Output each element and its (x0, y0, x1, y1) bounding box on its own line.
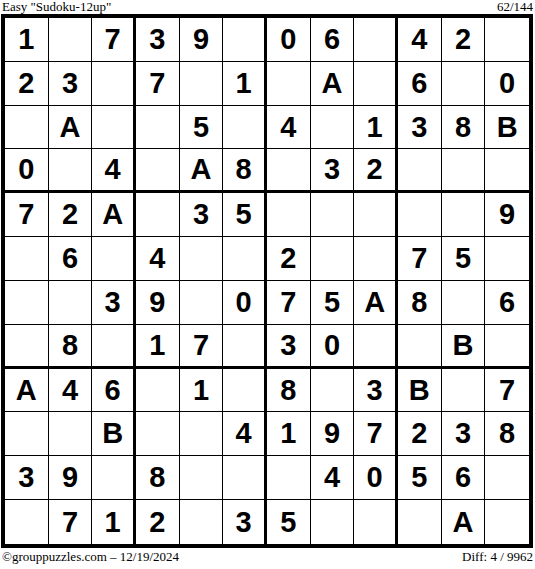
cell-r1c3: 7 (92, 18, 136, 62)
cell-r12c4: 2 (136, 500, 180, 544)
cell-r3c2: A (49, 106, 93, 150)
cell-r4c11[interactable] (442, 149, 486, 193)
cell-r12c10[interactable] (398, 500, 442, 544)
cell-r7c10: 8 (398, 281, 442, 325)
cell-r2c5[interactable] (180, 62, 224, 106)
cell-r11c1: 3 (5, 456, 49, 500)
cell-r3c6[interactable] (223, 106, 267, 150)
cell-r4c4[interactable] (136, 149, 180, 193)
cell-r5c7[interactable] (267, 193, 311, 237)
cell-r10c6: 4 (223, 412, 267, 456)
cell-r8c5: 7 (180, 325, 224, 369)
cell-r9c5: 1 (180, 369, 224, 413)
cell-r7c6: 0 (223, 281, 267, 325)
cell-r3c8[interactable] (311, 106, 355, 150)
puzzle-counter: 62/144 (497, 0, 533, 14)
cell-r9c1: A (5, 369, 49, 413)
cell-r6c12[interactable] (485, 237, 529, 281)
cell-r11c11: 6 (442, 456, 486, 500)
cell-r3c10: 3 (398, 106, 442, 150)
cell-r5c3: A (92, 193, 136, 237)
cell-r3c5: 5 (180, 106, 224, 150)
cell-r7c8: 5 (311, 281, 355, 325)
cell-r9c3: 6 (92, 369, 136, 413)
header: Easy "Sudoku-12up" 62/144 (2, 0, 533, 14)
cell-r5c6: 5 (223, 193, 267, 237)
cell-r11c12[interactable] (485, 456, 529, 500)
cell-r3c12: B (485, 106, 529, 150)
cell-r12c2: 7 (49, 500, 93, 544)
cell-r12c11: A (442, 500, 486, 544)
cell-r9c11[interactable] (442, 369, 486, 413)
cell-r3c7: 4 (267, 106, 311, 150)
cell-r7c3: 3 (92, 281, 136, 325)
sudoku-board: 173906422371A60A54138B04A83272A359642753… (1, 14, 533, 548)
cell-r5c11[interactable] (442, 193, 486, 237)
cell-r4c1: 0 (5, 149, 49, 193)
cell-r8c1[interactable] (5, 325, 49, 369)
cell-r1c5: 9 (180, 18, 224, 62)
cell-r5c5: 3 (180, 193, 224, 237)
cell-r12c6: 3 (223, 500, 267, 544)
difficulty-text: Diff: 4 / 9962 (462, 550, 533, 564)
cell-r2c6: 1 (223, 62, 267, 106)
cell-r8c11: B (442, 325, 486, 369)
cell-r8c8: 0 (311, 325, 355, 369)
cell-r7c9: A (354, 281, 398, 325)
cell-r9c8[interactable] (311, 369, 355, 413)
cell-r2c1: 2 (5, 62, 49, 106)
cell-r1c12[interactable] (485, 18, 529, 62)
cell-r5c8[interactable] (311, 193, 355, 237)
cell-r7c4: 9 (136, 281, 180, 325)
cell-r5c4[interactable] (136, 193, 180, 237)
cell-r8c9[interactable] (354, 325, 398, 369)
cell-r4c9: 2 (354, 149, 398, 193)
cell-r10c11: 3 (442, 412, 486, 456)
cell-r1c11: 2 (442, 18, 486, 62)
copyright-text: ©grouppuzzles.com – 12/19/2024 (2, 550, 179, 564)
cell-r2c11[interactable] (442, 62, 486, 106)
cell-r3c1[interactable] (5, 106, 49, 150)
cell-r8c3[interactable] (92, 325, 136, 369)
cell-r12c8[interactable] (311, 500, 355, 544)
cell-r12c5[interactable] (180, 500, 224, 544)
cell-r9c7: 8 (267, 369, 311, 413)
cell-r7c2[interactable] (49, 281, 93, 325)
cell-r2c2: 3 (49, 62, 93, 106)
cell-r2c9[interactable] (354, 62, 398, 106)
cell-r1c6[interactable] (223, 18, 267, 62)
cell-r12c1[interactable] (5, 500, 49, 544)
cell-r7c5[interactable] (180, 281, 224, 325)
cell-r12c7: 5 (267, 500, 311, 544)
cell-r8c2: 8 (49, 325, 93, 369)
cell-r2c3[interactable] (92, 62, 136, 106)
cell-r9c9: 3 (354, 369, 398, 413)
cell-r4c12[interactable] (485, 149, 529, 193)
cell-r2c10: 6 (398, 62, 442, 106)
cell-r4c7[interactable] (267, 149, 311, 193)
cell-r11c4: 8 (136, 456, 180, 500)
cell-r9c4[interactable] (136, 369, 180, 413)
cell-r11c8: 4 (311, 456, 355, 500)
cell-r10c3: B (92, 412, 136, 456)
cell-r6c5[interactable] (180, 237, 224, 281)
cell-r4c2[interactable] (49, 149, 93, 193)
cell-r7c11[interactable] (442, 281, 486, 325)
cell-r6c4: 4 (136, 237, 180, 281)
cell-r1c10: 4 (398, 18, 442, 62)
cell-r10c10: 2 (398, 412, 442, 456)
cell-r4c6: 8 (223, 149, 267, 193)
cell-r3c11: 8 (442, 106, 486, 150)
cell-r9c12: 7 (485, 369, 529, 413)
cell-r6c7: 2 (267, 237, 311, 281)
cell-r10c12: 8 (485, 412, 529, 456)
cell-r8c4: 1 (136, 325, 180, 369)
cell-r8c10[interactable] (398, 325, 442, 369)
cell-r8c12[interactable] (485, 325, 529, 369)
cell-r7c12: 6 (485, 281, 529, 325)
cell-r12c3: 1 (92, 500, 136, 544)
cell-r5c10[interactable] (398, 193, 442, 237)
cell-r10c4[interactable] (136, 412, 180, 456)
cell-r6c3[interactable] (92, 237, 136, 281)
cell-r2c12: 0 (485, 62, 529, 106)
cell-r1c1: 1 (5, 18, 49, 62)
cell-r10c5[interactable] (180, 412, 224, 456)
cell-r9c6[interactable] (223, 369, 267, 413)
cell-r8c7: 3 (267, 325, 311, 369)
cell-r5c12: 9 (485, 193, 529, 237)
cell-r12c9[interactable] (354, 500, 398, 544)
cell-r7c7: 7 (267, 281, 311, 325)
cell-r10c7: 1 (267, 412, 311, 456)
cell-r6c2: 6 (49, 237, 93, 281)
cell-r10c9: 7 (354, 412, 398, 456)
cell-r5c2: 2 (49, 193, 93, 237)
cell-r3c9: 1 (354, 106, 398, 150)
cell-r11c10: 5 (398, 456, 442, 500)
cell-r11c5[interactable] (180, 456, 224, 500)
cell-r3c3[interactable] (92, 106, 136, 150)
cell-r6c1[interactable] (5, 237, 49, 281)
cell-r1c4: 3 (136, 18, 180, 62)
cell-r9c10: B (398, 369, 442, 413)
cell-r4c10[interactable] (398, 149, 442, 193)
cell-r7c1[interactable] (5, 281, 49, 325)
cell-r6c8[interactable] (311, 237, 355, 281)
footer: ©grouppuzzles.com – 12/19/2024 Diff: 4 /… (2, 550, 533, 564)
cell-r4c8: 3 (311, 149, 355, 193)
cell-r4c5: A (180, 149, 224, 193)
cell-r12c12[interactable] (485, 500, 529, 544)
sudoku-page: Easy "Sudoku-12up" 62/144 173906422371A6… (0, 0, 535, 569)
cell-r11c6[interactable] (223, 456, 267, 500)
cell-r1c7: 0 (267, 18, 311, 62)
cell-r10c2[interactable] (49, 412, 93, 456)
cell-r6c9[interactable] (354, 237, 398, 281)
cell-r11c7[interactable] (267, 456, 311, 500)
cell-r5c9[interactable] (354, 193, 398, 237)
cell-r8c6[interactable] (223, 325, 267, 369)
cell-r11c3[interactable] (92, 456, 136, 500)
cell-r5c1: 7 (5, 193, 49, 237)
cell-r1c8: 6 (311, 18, 355, 62)
cell-r11c2: 9 (49, 456, 93, 500)
cell-r3c4[interactable] (136, 106, 180, 150)
cell-r2c7[interactable] (267, 62, 311, 106)
cell-r2c8: A (311, 62, 355, 106)
cell-r9c2: 4 (49, 369, 93, 413)
cell-r4c3: 4 (92, 149, 136, 193)
cell-r6c6[interactable] (223, 237, 267, 281)
cell-r10c8: 9 (311, 412, 355, 456)
cell-r2c4: 7 (136, 62, 180, 106)
cell-r1c2[interactable] (49, 18, 93, 62)
cell-r10c1[interactable] (5, 412, 49, 456)
puzzle-title: Easy "Sudoku-12up" (2, 0, 111, 14)
cell-r6c10: 7 (398, 237, 442, 281)
cell-r1c9[interactable] (354, 18, 398, 62)
cell-r11c9: 0 (354, 456, 398, 500)
cell-r6c11: 5 (442, 237, 486, 281)
